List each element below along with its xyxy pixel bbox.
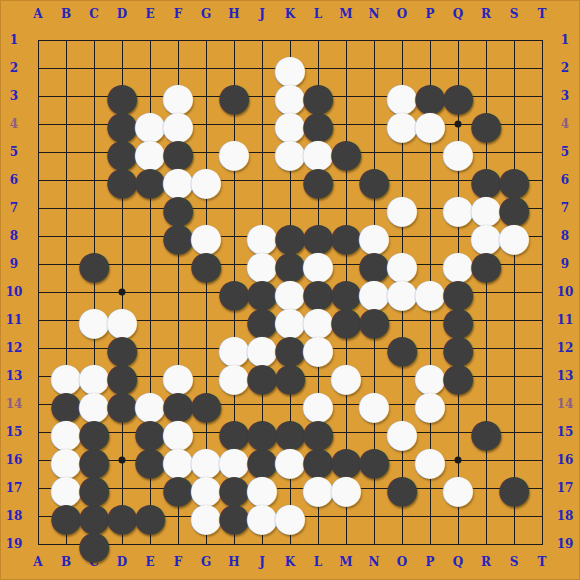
intersection-B19[interactable] [52,530,80,558]
intersection-Q16[interactable] [444,446,472,474]
intersection-D14[interactable]: ● [108,390,136,418]
intersection-T8[interactable] [528,222,556,250]
intersection-N5[interactable] [360,138,388,166]
intersection-N13[interactable] [360,362,388,390]
intersection-P14[interactable]: ● [416,390,444,418]
intersection-A19[interactable] [24,530,52,558]
intersection-Q8[interactable] [444,222,472,250]
intersection-O13[interactable] [388,362,416,390]
intersection-S11[interactable] [500,306,528,334]
intersection-P19[interactable] [416,530,444,558]
intersection-H12[interactable]: ● [220,334,248,362]
intersection-N17[interactable] [360,474,388,502]
intersection-S2[interactable] [500,54,528,82]
intersection-T9[interactable] [528,250,556,278]
intersection-A11[interactable] [24,306,52,334]
intersection-D15[interactable] [108,418,136,446]
intersection-F9[interactable] [164,250,192,278]
intersection-E17[interactable] [136,474,164,502]
intersection-L2[interactable] [304,54,332,82]
intersection-J7[interactable] [248,194,276,222]
intersection-K15[interactable]: ● [276,418,304,446]
intersection-E12[interactable] [136,334,164,362]
intersection-C17[interactable]: ● [80,474,108,502]
intersection-E11[interactable] [136,306,164,334]
intersection-N16[interactable]: ● [360,446,388,474]
intersection-S5[interactable] [500,138,528,166]
intersection-R17[interactable] [472,474,500,502]
intersection-P9[interactable] [416,250,444,278]
intersection-P7[interactable] [416,194,444,222]
intersection-T7[interactable] [528,194,556,222]
intersection-B18[interactable]: ● [52,502,80,530]
intersection-D12[interactable]: ● [108,334,136,362]
intersection-B1[interactable] [52,26,80,54]
intersection-E7[interactable] [136,194,164,222]
intersection-O11[interactable] [388,306,416,334]
intersection-J15[interactable]: ● [248,418,276,446]
intersection-S17[interactable]: ● [500,474,528,502]
intersection-L15[interactable]: ● [304,418,332,446]
intersection-L13[interactable] [304,362,332,390]
intersection-J16[interactable]: ● [248,446,276,474]
intersection-S4[interactable] [500,110,528,138]
intersection-E1[interactable] [136,26,164,54]
intersection-Q19[interactable] [444,530,472,558]
intersection-D19[interactable] [108,530,136,558]
intersection-A6[interactable] [24,166,52,194]
intersection-N4[interactable] [360,110,388,138]
intersection-R2[interactable] [472,54,500,82]
intersection-O6[interactable] [388,166,416,194]
intersection-O4[interactable]: ● [388,110,416,138]
intersection-L18[interactable] [304,502,332,530]
intersection-J9[interactable]: ● [248,250,276,278]
intersection-H17[interactable]: ● [220,474,248,502]
intersection-A4[interactable] [24,110,52,138]
intersection-T1[interactable] [528,26,556,54]
intersection-P12[interactable] [416,334,444,362]
intersection-C7[interactable] [80,194,108,222]
intersection-Q11[interactable]: ● [444,306,472,334]
intersection-F14[interactable]: ● [164,390,192,418]
intersection-B10[interactable] [52,278,80,306]
intersection-K2[interactable]: ● [276,54,304,82]
intersection-T5[interactable] [528,138,556,166]
intersection-T16[interactable] [528,446,556,474]
intersection-P6[interactable] [416,166,444,194]
intersection-T2[interactable] [528,54,556,82]
intersection-M16[interactable]: ● [332,446,360,474]
intersection-R16[interactable] [472,446,500,474]
intersection-T6[interactable] [528,166,556,194]
intersection-H4[interactable] [220,110,248,138]
intersection-G19[interactable] [192,530,220,558]
intersection-N9[interactable]: ● [360,250,388,278]
intersection-B8[interactable] [52,222,80,250]
intersection-O3[interactable]: ● [388,82,416,110]
intersection-A10[interactable] [24,278,52,306]
intersection-K3[interactable]: ● [276,82,304,110]
intersection-L16[interactable]: ● [304,446,332,474]
intersection-P15[interactable] [416,418,444,446]
intersection-B16[interactable]: ● [52,446,80,474]
intersection-H6[interactable] [220,166,248,194]
intersection-D1[interactable] [108,26,136,54]
intersection-M15[interactable] [332,418,360,446]
intersection-C8[interactable] [80,222,108,250]
intersection-M4[interactable] [332,110,360,138]
intersection-C11[interactable]: ● [80,306,108,334]
intersection-S13[interactable] [500,362,528,390]
intersection-N15[interactable] [360,418,388,446]
intersection-Q9[interactable]: ● [444,250,472,278]
intersection-C19[interactable]: ● [80,530,108,558]
intersection-K11[interactable]: ● [276,306,304,334]
intersection-B11[interactable] [52,306,80,334]
intersection-S8[interactable]: ● [500,222,528,250]
intersection-J2[interactable] [248,54,276,82]
intersection-H5[interactable]: ● [220,138,248,166]
intersection-B15[interactable]: ● [52,418,80,446]
intersection-H8[interactable] [220,222,248,250]
intersection-G5[interactable] [192,138,220,166]
intersection-E5[interactable]: ● [136,138,164,166]
intersection-T3[interactable] [528,82,556,110]
intersection-O17[interactable]: ● [388,474,416,502]
intersection-H14[interactable] [220,390,248,418]
intersection-C2[interactable] [80,54,108,82]
intersection-B14[interactable]: ● [52,390,80,418]
intersection-B12[interactable] [52,334,80,362]
intersection-Q14[interactable] [444,390,472,418]
intersection-M5[interactable]: ● [332,138,360,166]
intersection-L1[interactable] [304,26,332,54]
intersection-Q17[interactable]: ● [444,474,472,502]
intersection-E4[interactable]: ● [136,110,164,138]
intersection-D7[interactable] [108,194,136,222]
intersection-N6[interactable]: ● [360,166,388,194]
intersection-M12[interactable] [332,334,360,362]
intersection-O9[interactable]: ● [388,250,416,278]
intersection-T4[interactable] [528,110,556,138]
intersection-K18[interactable]: ● [276,502,304,530]
intersection-C5[interactable] [80,138,108,166]
intersection-Q4[interactable] [444,110,472,138]
intersection-E18[interactable]: ● [136,502,164,530]
intersection-R18[interactable] [472,502,500,530]
intersection-L7[interactable] [304,194,332,222]
intersection-D16[interactable] [108,446,136,474]
intersection-F2[interactable] [164,54,192,82]
intersection-N14[interactable]: ● [360,390,388,418]
intersection-E13[interactable] [136,362,164,390]
intersection-D17[interactable] [108,474,136,502]
intersection-P4[interactable]: ● [416,110,444,138]
intersection-B2[interactable] [52,54,80,82]
intersection-C4[interactable] [80,110,108,138]
intersection-L3[interactable]: ● [304,82,332,110]
intersection-O14[interactable] [388,390,416,418]
intersection-A13[interactable] [24,362,52,390]
intersection-F5[interactable]: ● [164,138,192,166]
intersection-N2[interactable] [360,54,388,82]
intersection-G3[interactable] [192,82,220,110]
intersection-H9[interactable] [220,250,248,278]
intersection-S12[interactable] [500,334,528,362]
intersection-P3[interactable]: ● [416,82,444,110]
intersection-H2[interactable] [220,54,248,82]
intersection-S16[interactable] [500,446,528,474]
intersection-F19[interactable] [164,530,192,558]
intersection-B6[interactable] [52,166,80,194]
intersection-H16[interactable]: ● [220,446,248,474]
intersection-R12[interactable] [472,334,500,362]
intersection-T15[interactable] [528,418,556,446]
intersection-G12[interactable] [192,334,220,362]
intersection-C16[interactable]: ● [80,446,108,474]
intersection-R19[interactable] [472,530,500,558]
intersection-F16[interactable]: ● [164,446,192,474]
intersection-D8[interactable] [108,222,136,250]
intersection-F10[interactable] [164,278,192,306]
intersection-E16[interactable]: ● [136,446,164,474]
intersection-K7[interactable] [276,194,304,222]
intersection-M19[interactable] [332,530,360,558]
intersection-L19[interactable] [304,530,332,558]
intersection-O5[interactable] [388,138,416,166]
intersection-C12[interactable] [80,334,108,362]
intersection-A8[interactable] [24,222,52,250]
intersection-P1[interactable] [416,26,444,54]
intersection-A2[interactable] [24,54,52,82]
intersection-L6[interactable]: ● [304,166,332,194]
intersection-F15[interactable]: ● [164,418,192,446]
intersection-J1[interactable] [248,26,276,54]
intersection-R1[interactable] [472,26,500,54]
intersection-M6[interactable] [332,166,360,194]
intersection-E14[interactable]: ● [136,390,164,418]
intersection-H18[interactable]: ● [220,502,248,530]
intersection-Q18[interactable] [444,502,472,530]
intersection-T19[interactable] [528,530,556,558]
intersection-D10[interactable] [108,278,136,306]
intersection-G1[interactable] [192,26,220,54]
intersection-D6[interactable]: ● [108,166,136,194]
intersection-G4[interactable] [192,110,220,138]
intersection-A18[interactable] [24,502,52,530]
intersection-J4[interactable] [248,110,276,138]
intersection-Q5[interactable]: ● [444,138,472,166]
intersection-F13[interactable]: ● [164,362,192,390]
intersection-Q13[interactable]: ● [444,362,472,390]
intersection-H13[interactable]: ● [220,362,248,390]
intersection-G17[interactable]: ● [192,474,220,502]
intersection-A16[interactable] [24,446,52,474]
intersection-A15[interactable] [24,418,52,446]
intersection-Q2[interactable] [444,54,472,82]
intersection-T17[interactable] [528,474,556,502]
intersection-B13[interactable]: ● [52,362,80,390]
intersection-M10[interactable]: ● [332,278,360,306]
intersection-F8[interactable]: ● [164,222,192,250]
intersection-R13[interactable] [472,362,500,390]
intersection-R4[interactable]: ● [472,110,500,138]
intersection-R11[interactable] [472,306,500,334]
intersection-G6[interactable]: ● [192,166,220,194]
intersection-T18[interactable] [528,502,556,530]
intersection-J10[interactable]: ● [248,278,276,306]
intersection-R6[interactable]: ● [472,166,500,194]
intersection-S10[interactable] [500,278,528,306]
intersection-A5[interactable] [24,138,52,166]
intersection-K5[interactable]: ● [276,138,304,166]
intersection-Q1[interactable] [444,26,472,54]
intersection-H10[interactable]: ● [220,278,248,306]
intersection-M14[interactable] [332,390,360,418]
intersection-J12[interactable]: ● [248,334,276,362]
intersection-S1[interactable] [500,26,528,54]
intersection-S19[interactable] [500,530,528,558]
intersection-M9[interactable] [332,250,360,278]
intersection-A7[interactable] [24,194,52,222]
intersection-A17[interactable] [24,474,52,502]
intersection-C18[interactable]: ● [80,502,108,530]
intersection-K1[interactable] [276,26,304,54]
intersection-T12[interactable] [528,334,556,362]
intersection-A12[interactable] [24,334,52,362]
intersection-S3[interactable] [500,82,528,110]
intersection-M11[interactable]: ● [332,306,360,334]
intersection-R7[interactable]: ● [472,194,500,222]
intersection-N1[interactable] [360,26,388,54]
intersection-D3[interactable]: ● [108,82,136,110]
intersection-O12[interactable]: ● [388,334,416,362]
intersection-F3[interactable]: ● [164,82,192,110]
intersection-L11[interactable]: ● [304,306,332,334]
intersection-M8[interactable]: ● [332,222,360,250]
intersection-F12[interactable] [164,334,192,362]
intersection-L8[interactable]: ● [304,222,332,250]
intersection-P16[interactable]: ● [416,446,444,474]
intersection-G13[interactable] [192,362,220,390]
intersection-F17[interactable]: ● [164,474,192,502]
intersection-N12[interactable] [360,334,388,362]
intersection-B7[interactable] [52,194,80,222]
intersection-M7[interactable] [332,194,360,222]
intersection-P11[interactable] [416,306,444,334]
intersection-N3[interactable] [360,82,388,110]
intersection-C13[interactable]: ● [80,362,108,390]
intersection-O16[interactable] [388,446,416,474]
intersection-N10[interactable]: ● [360,278,388,306]
intersection-E15[interactable]: ● [136,418,164,446]
intersection-T13[interactable] [528,362,556,390]
intersection-Q3[interactable]: ● [444,82,472,110]
intersection-Q15[interactable] [444,418,472,446]
intersection-S9[interactable] [500,250,528,278]
intersection-M3[interactable] [332,82,360,110]
intersection-G8[interactable]: ● [192,222,220,250]
intersection-G2[interactable] [192,54,220,82]
intersection-R14[interactable] [472,390,500,418]
intersection-H3[interactable]: ● [220,82,248,110]
intersection-D18[interactable]: ● [108,502,136,530]
intersection-E3[interactable] [136,82,164,110]
intersection-O7[interactable]: ● [388,194,416,222]
intersection-K10[interactable]: ● [276,278,304,306]
intersection-H1[interactable] [220,26,248,54]
intersection-C14[interactable]: ● [80,390,108,418]
intersection-P17[interactable] [416,474,444,502]
intersection-D11[interactable]: ● [108,306,136,334]
intersection-A14[interactable] [24,390,52,418]
intersection-R3[interactable] [472,82,500,110]
intersection-C15[interactable]: ● [80,418,108,446]
intersection-K4[interactable]: ● [276,110,304,138]
intersection-H7[interactable] [220,194,248,222]
intersection-P13[interactable]: ● [416,362,444,390]
intersection-R5[interactable] [472,138,500,166]
intersection-K14[interactable] [276,390,304,418]
intersection-F6[interactable]: ● [164,166,192,194]
intersection-F4[interactable]: ● [164,110,192,138]
intersection-N18[interactable] [360,502,388,530]
intersection-Q12[interactable]: ● [444,334,472,362]
intersection-K8[interactable]: ● [276,222,304,250]
intersection-S7[interactable]: ● [500,194,528,222]
intersection-G15[interactable] [192,418,220,446]
intersection-Q6[interactable] [444,166,472,194]
intersection-K12[interactable]: ● [276,334,304,362]
intersection-D5[interactable]: ● [108,138,136,166]
intersection-G11[interactable] [192,306,220,334]
intersection-B5[interactable] [52,138,80,166]
intersection-O8[interactable] [388,222,416,250]
intersection-G9[interactable]: ● [192,250,220,278]
intersection-P5[interactable] [416,138,444,166]
intersection-E2[interactable] [136,54,164,82]
intersection-F1[interactable] [164,26,192,54]
intersection-N11[interactable]: ● [360,306,388,334]
intersection-H19[interactable] [220,530,248,558]
intersection-A3[interactable] [24,82,52,110]
intersection-R8[interactable]: ● [472,222,500,250]
intersection-Q7[interactable]: ● [444,194,472,222]
intersection-J19[interactable] [248,530,276,558]
intersection-G14[interactable]: ● [192,390,220,418]
intersection-C10[interactable] [80,278,108,306]
intersection-R10[interactable] [472,278,500,306]
intersection-D2[interactable] [108,54,136,82]
intersection-B4[interactable] [52,110,80,138]
intersection-K13[interactable]: ● [276,362,304,390]
intersection-E6[interactable]: ● [136,166,164,194]
intersection-B9[interactable] [52,250,80,278]
intersection-E10[interactable] [136,278,164,306]
intersection-N7[interactable] [360,194,388,222]
intersection-G16[interactable]: ● [192,446,220,474]
intersection-C3[interactable] [80,82,108,110]
intersection-T10[interactable] [528,278,556,306]
intersection-A1[interactable] [24,26,52,54]
intersection-O2[interactable] [388,54,416,82]
intersection-C9[interactable]: ● [80,250,108,278]
intersection-M1[interactable] [332,26,360,54]
intersection-J18[interactable]: ● [248,502,276,530]
intersection-E9[interactable] [136,250,164,278]
intersection-A9[interactable] [24,250,52,278]
